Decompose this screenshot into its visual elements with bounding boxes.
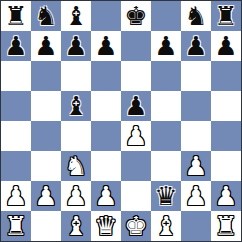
black-pawn[interactable]: ♟ [1,31,31,61]
square-f6[interactable] [151,61,181,91]
white-pawn[interactable]: ♟ [211,181,241,211]
black-bishop[interactable]: ♝ [61,1,91,31]
square-b8[interactable]: ♞ [31,1,61,31]
square-e6[interactable] [121,61,151,91]
square-b5[interactable] [31,91,61,121]
square-a6[interactable] [1,61,31,91]
white-rook[interactable]: ♜ [1,211,31,241]
square-f7[interactable]: ♟ [151,31,181,61]
square-b2[interactable]: ♟ [31,181,61,211]
square-c7[interactable]: ♟ [61,31,91,61]
square-d6[interactable] [91,61,121,91]
square-f5[interactable] [151,91,181,121]
white-bishop[interactable]: ♝ [151,211,181,241]
black-pawn[interactable]: ♟ [151,31,181,61]
white-pawn[interactable]: ♟ [31,181,61,211]
square-e3[interactable] [121,151,151,181]
white-pawn[interactable]: ♟ [181,181,211,211]
square-h2[interactable]: ♟ [211,181,241,211]
white-pawn[interactable]: ♟ [61,181,91,211]
chess-board: ♜♞♝♚♞♜♟♟♟♟♟♟♟♝♟♟♞♟♟♟♟♟♛♟♟♜♝♛♚♝♜ [1,1,241,241]
square-h5[interactable] [211,91,241,121]
square-b6[interactable] [31,61,61,91]
square-d2[interactable]: ♟ [91,181,121,211]
square-h6[interactable] [211,61,241,91]
square-e2[interactable] [121,181,151,211]
square-g8[interactable]: ♞ [181,1,211,31]
white-pawn[interactable]: ♟ [1,181,31,211]
black-bishop[interactable]: ♝ [61,91,91,121]
white-rook[interactable]: ♜ [211,211,241,241]
square-e5[interactable]: ♟ [121,91,151,121]
square-b1[interactable] [31,211,61,241]
square-c5[interactable]: ♝ [61,91,91,121]
square-b3[interactable] [31,151,61,181]
white-queen[interactable]: ♛ [91,211,121,241]
square-e1[interactable]: ♚ [121,211,151,241]
square-f2[interactable]: ♛ [151,181,181,211]
square-g4[interactable] [181,121,211,151]
square-c1[interactable]: ♝ [61,211,91,241]
square-h8[interactable]: ♜ [211,1,241,31]
black-pawn[interactable]: ♟ [31,31,61,61]
square-g1[interactable] [181,211,211,241]
black-rook[interactable]: ♜ [1,1,31,31]
square-c6[interactable] [61,61,91,91]
square-a4[interactable] [1,121,31,151]
square-c3[interactable]: ♞ [61,151,91,181]
square-g5[interactable] [181,91,211,121]
black-queen[interactable]: ♛ [151,181,181,211]
square-h4[interactable] [211,121,241,151]
square-b4[interactable] [31,121,61,151]
square-f3[interactable] [151,151,181,181]
black-king[interactable]: ♚ [121,1,151,31]
square-f8[interactable] [151,1,181,31]
square-a8[interactable]: ♜ [1,1,31,31]
square-d8[interactable] [91,1,121,31]
square-d4[interactable] [91,121,121,151]
square-f4[interactable] [151,121,181,151]
square-b7[interactable]: ♟ [31,31,61,61]
black-pawn[interactable]: ♟ [91,31,121,61]
square-g6[interactable] [181,61,211,91]
square-g2[interactable]: ♟ [181,181,211,211]
black-pawn[interactable]: ♟ [61,31,91,61]
chess-board-frame: ♜♞♝♚♞♜♟♟♟♟♟♟♟♝♟♟♞♟♟♟♟♟♛♟♟♜♝♛♚♝♜ [0,0,242,242]
square-a7[interactable]: ♟ [1,31,31,61]
white-king[interactable]: ♚ [121,211,151,241]
square-e7[interactable] [121,31,151,61]
square-c8[interactable]: ♝ [61,1,91,31]
black-pawn[interactable]: ♟ [211,31,241,61]
square-a2[interactable]: ♟ [1,181,31,211]
black-pawn[interactable]: ♟ [181,31,211,61]
square-c4[interactable] [61,121,91,151]
white-pawn[interactable]: ♟ [91,181,121,211]
white-bishop[interactable]: ♝ [61,211,91,241]
square-f1[interactable]: ♝ [151,211,181,241]
square-h1[interactable]: ♜ [211,211,241,241]
square-d5[interactable] [91,91,121,121]
black-rook[interactable]: ♜ [211,1,241,31]
square-e4[interactable]: ♟ [121,121,151,151]
square-g3[interactable]: ♟ [181,151,211,181]
white-knight[interactable]: ♞ [61,151,91,181]
square-h3[interactable] [211,151,241,181]
black-pawn[interactable]: ♟ [121,91,151,121]
square-e8[interactable]: ♚ [121,1,151,31]
square-a3[interactable] [1,151,31,181]
square-a5[interactable] [1,91,31,121]
square-d7[interactable]: ♟ [91,31,121,61]
black-knight[interactable]: ♞ [31,1,61,31]
square-d1[interactable]: ♛ [91,211,121,241]
square-a1[interactable]: ♜ [1,211,31,241]
square-d3[interactable] [91,151,121,181]
square-c2[interactable]: ♟ [61,181,91,211]
white-pawn[interactable]: ♟ [121,121,151,151]
square-g7[interactable]: ♟ [181,31,211,61]
white-pawn[interactable]: ♟ [181,151,211,181]
square-h7[interactable]: ♟ [211,31,241,61]
black-knight[interactable]: ♞ [181,1,211,31]
